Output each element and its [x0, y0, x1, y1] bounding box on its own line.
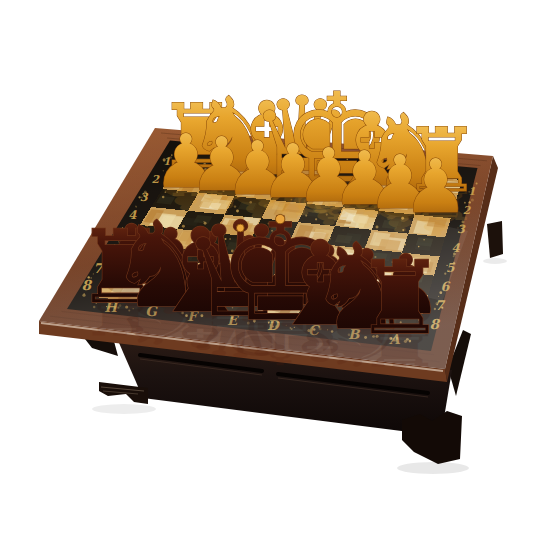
piece-glyph: ♟ — [403, 143, 469, 229]
amber-chess-set-photo: 1122334455667788HGFEDCBA♜♜♞♞♝♝♛♛♚♚♝♝♞♞♜♜… — [0, 0, 533, 533]
piece-glyph: ♜ — [355, 239, 446, 357]
piece-a8-cherry-rook[interactable]: ♜♜ — [355, 239, 446, 375]
chessboard-scene: 1122334455667788HGFEDCBA♜♜♞♞♝♝♛♛♚♚♝♝♞♞♜♜… — [0, 0, 533, 533]
